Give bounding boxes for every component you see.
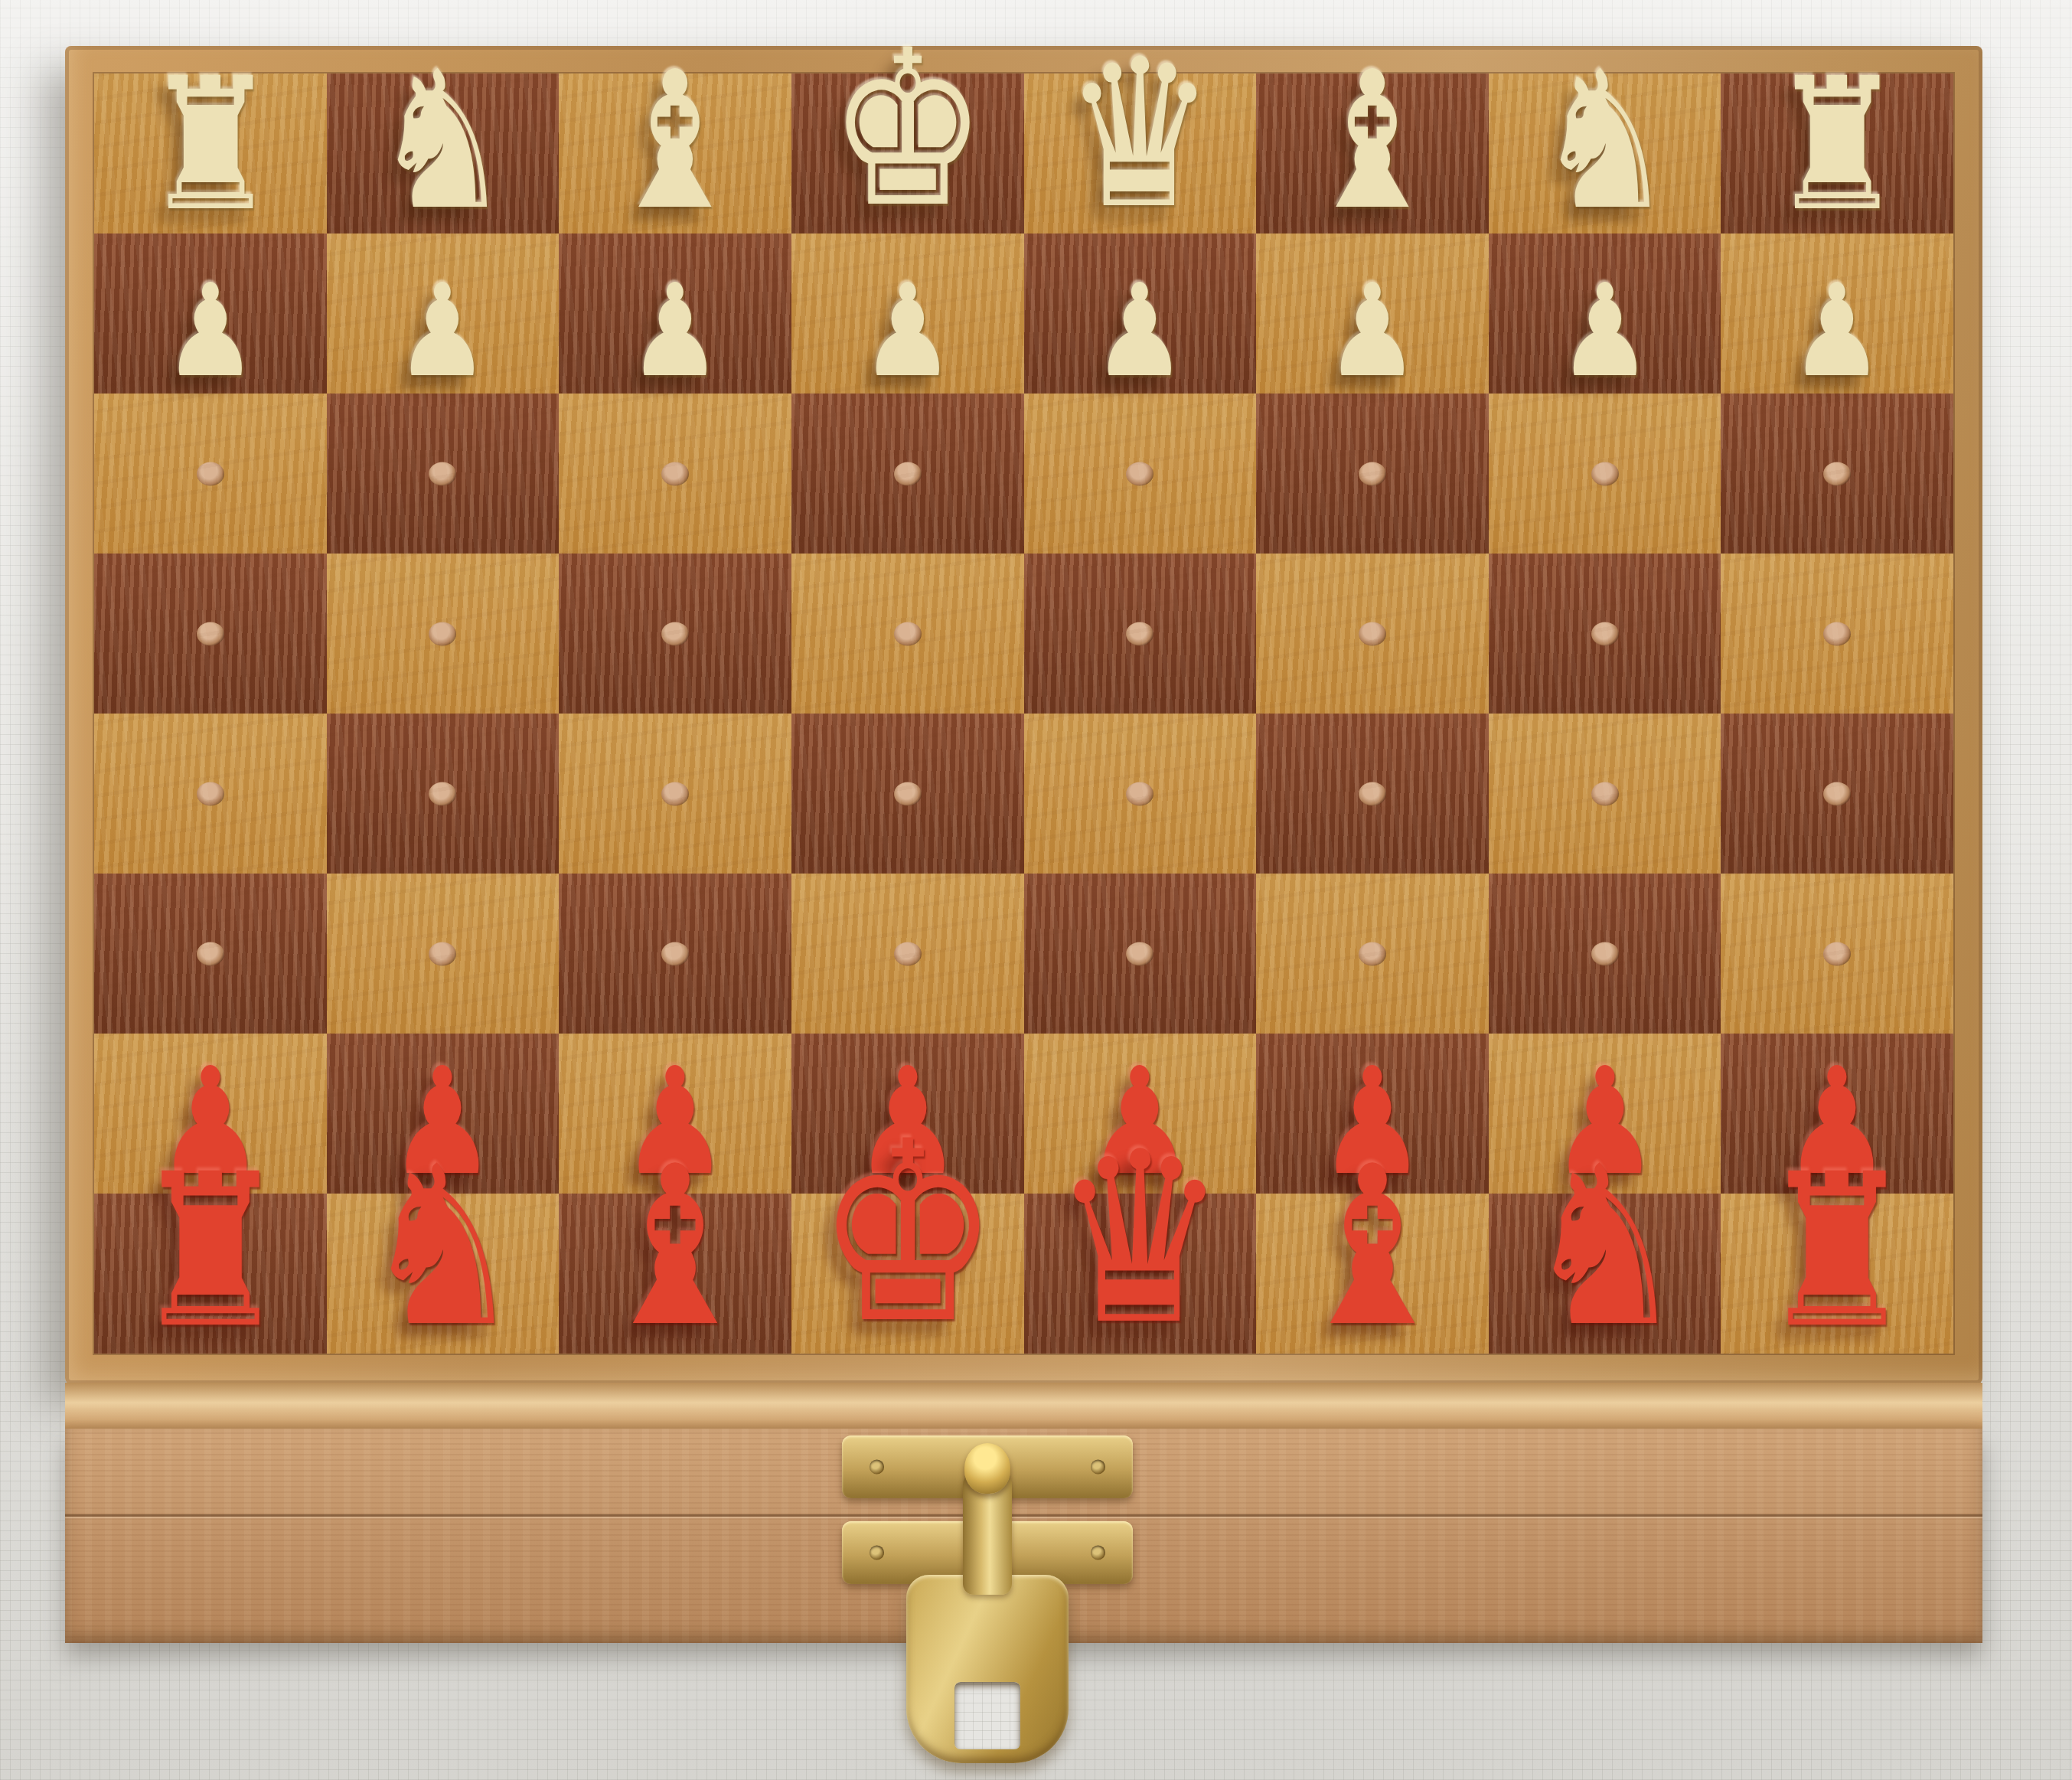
- piece-red-rook-h8[interactable]: ♜: [132, 1151, 288, 1352]
- square-h4[interactable]: [94, 554, 327, 714]
- square-a6[interactable]: [1721, 874, 1953, 1034]
- piece-white-pawn-d2[interactable]: ♟: [1093, 270, 1187, 392]
- square-b3[interactable]: [1489, 394, 1721, 554]
- piece-white-knight-b1[interactable]: ♞: [1535, 51, 1674, 232]
- peg-hole: [429, 782, 456, 805]
- brass-clasp[interactable]: [842, 1435, 1133, 1765]
- chess-board-grid: ♜♞♝♚♛♝♞♜♟♟♟♟♟♟♟♟♟♟♟♟♟♟♟♟♜♞♝♚♛♝♞♜: [94, 73, 1953, 1354]
- peg-hole: [1591, 782, 1619, 805]
- square-f1[interactable]: ♝: [559, 73, 791, 234]
- piece-red-rook-a8[interactable]: ♜: [1760, 1151, 1915, 1352]
- peg-hole: [429, 942, 456, 965]
- piece-white-queen-d1[interactable]: ♛: [1065, 37, 1215, 232]
- square-d5[interactable]: [1024, 714, 1257, 874]
- peg-hole: [429, 462, 456, 485]
- peg-hole: [1591, 462, 1619, 485]
- square-f2[interactable]: ♟: [559, 234, 791, 394]
- screw-icon: [1091, 1546, 1105, 1560]
- piece-white-pawn-c2[interactable]: ♟: [1326, 270, 1420, 392]
- peg-hole: [1359, 462, 1386, 485]
- piece-red-knight-b8[interactable]: ♞: [1524, 1143, 1685, 1352]
- square-c6[interactable]: [1256, 874, 1489, 1034]
- square-c2[interactable]: ♟: [1256, 234, 1489, 394]
- piece-white-pawn-f2[interactable]: ♟: [628, 270, 723, 392]
- square-g6[interactable]: [327, 874, 560, 1034]
- peg-hole: [1359, 942, 1386, 965]
- peg-hole: [894, 622, 922, 645]
- square-d3[interactable]: [1024, 394, 1257, 554]
- piece-red-bishop-f8[interactable]: ♝: [595, 1143, 756, 1352]
- square-e1[interactable]: ♚: [791, 73, 1024, 234]
- square-f3[interactable]: [559, 394, 791, 554]
- piece-white-pawn-h2[interactable]: ♟: [163, 270, 257, 392]
- screw-icon: [870, 1460, 884, 1475]
- hasp-hole: [954, 1682, 1020, 1749]
- square-e4[interactable]: [791, 554, 1024, 714]
- chess-board: ♜♞♝♚♛♝♞♜♟♟♟♟♟♟♟♟♟♟♟♟♟♟♟♟♜♞♝♚♛♝♞♜: [65, 46, 1982, 1384]
- square-f6[interactable]: [559, 874, 791, 1034]
- square-g5[interactable]: [327, 714, 560, 874]
- peg-hole: [1126, 622, 1153, 645]
- square-a5[interactable]: [1721, 714, 1953, 874]
- square-d2[interactable]: ♟: [1024, 234, 1257, 394]
- piece-white-rook-a1[interactable]: ♜: [1770, 58, 1904, 232]
- square-b4[interactable]: [1489, 554, 1721, 714]
- piece-white-king-e1[interactable]: ♚: [828, 28, 987, 232]
- square-b1[interactable]: ♞: [1489, 73, 1721, 234]
- peg-hole: [1359, 782, 1386, 805]
- board-front-edge: [65, 1383, 1982, 1430]
- clasp-hasp-loop[interactable]: [906, 1575, 1069, 1763]
- square-e5[interactable]: [791, 714, 1024, 874]
- square-d1[interactable]: ♛: [1024, 73, 1257, 234]
- peg-hole: [197, 622, 224, 645]
- square-a3[interactable]: [1721, 394, 1953, 554]
- piece-white-bishop-f1[interactable]: ♝: [605, 51, 745, 232]
- square-g1[interactable]: ♞: [327, 73, 560, 234]
- square-e6[interactable]: [791, 874, 1024, 1034]
- tablecloth-background: Folding wooden travel chess box used as …: [0, 0, 2072, 1780]
- peg-hole: [661, 942, 689, 965]
- square-g8[interactable]: ♞: [327, 1194, 560, 1354]
- piece-white-pawn-e2[interactable]: ♟: [860, 270, 954, 392]
- peg-hole: [661, 782, 689, 805]
- peg-hole: [894, 462, 922, 485]
- peg-hole: [197, 782, 224, 805]
- square-b6[interactable]: [1489, 874, 1721, 1034]
- piece-white-pawn-g2[interactable]: ♟: [396, 270, 490, 392]
- peg-hole: [1126, 782, 1153, 805]
- square-f5[interactable]: [559, 714, 791, 874]
- peg-hole: [197, 462, 224, 485]
- screw-icon: [1091, 1460, 1105, 1475]
- piece-white-pawn-a2[interactable]: ♟: [1790, 270, 1884, 392]
- square-g3[interactable]: [327, 394, 560, 554]
- piece-red-bishop-c8[interactable]: ♝: [1291, 1143, 1453, 1352]
- square-a1[interactable]: ♜: [1721, 73, 1953, 234]
- peg-hole: [1126, 942, 1153, 965]
- peg-hole: [1591, 942, 1619, 965]
- square-c5[interactable]: [1256, 714, 1489, 874]
- square-a2[interactable]: ♟: [1721, 234, 1953, 394]
- square-e2[interactable]: ♟: [791, 234, 1024, 394]
- peg-hole: [1823, 462, 1851, 485]
- square-c8[interactable]: ♝: [1256, 1194, 1489, 1354]
- piece-red-knight-g8[interactable]: ♞: [362, 1143, 524, 1352]
- piece-red-king-e8[interactable]: ♚: [816, 1115, 999, 1352]
- square-d8[interactable]: ♛: [1024, 1194, 1257, 1354]
- square-d4[interactable]: [1024, 554, 1257, 714]
- screw-icon: [870, 1546, 884, 1560]
- square-b5[interactable]: [1489, 714, 1721, 874]
- square-f8[interactable]: ♝: [559, 1194, 791, 1354]
- peg-hole: [894, 942, 922, 965]
- square-e8[interactable]: ♚: [791, 1194, 1024, 1354]
- square-c3[interactable]: [1256, 394, 1489, 554]
- peg-hole: [1359, 622, 1386, 645]
- square-c4[interactable]: [1256, 554, 1489, 714]
- peg-hole: [1591, 622, 1619, 645]
- peg-hole: [1126, 462, 1153, 485]
- peg-hole: [894, 782, 922, 805]
- peg-hole: [661, 462, 689, 485]
- square-f4[interactable]: [559, 554, 791, 714]
- peg-hole: [1823, 622, 1851, 645]
- square-e3[interactable]: [791, 394, 1024, 554]
- square-a8[interactable]: ♜: [1721, 1194, 1953, 1354]
- piece-white-knight-g1[interactable]: ♞: [373, 51, 512, 232]
- square-h5[interactable]: [94, 714, 327, 874]
- peg-hole: [1823, 942, 1851, 965]
- clasp-knob[interactable]: [964, 1443, 1010, 1494]
- peg-hole: [661, 622, 689, 645]
- square-b8[interactable]: ♞: [1489, 1194, 1721, 1354]
- peg-hole: [429, 622, 456, 645]
- square-h2[interactable]: ♟: [94, 234, 327, 394]
- square-h3[interactable]: [94, 394, 327, 554]
- square-h8[interactable]: ♜: [94, 1194, 327, 1354]
- piece-red-queen-d8[interactable]: ♛: [1053, 1127, 1227, 1352]
- square-c1[interactable]: ♝: [1256, 73, 1489, 234]
- square-g4[interactable]: [327, 554, 560, 714]
- square-h1[interactable]: ♜: [94, 73, 327, 234]
- square-a4[interactable]: [1721, 554, 1953, 714]
- piece-white-bishop-c1[interactable]: ♝: [1303, 51, 1442, 232]
- peg-hole: [197, 942, 224, 965]
- piece-white-rook-h1[interactable]: ♜: [143, 58, 278, 232]
- square-b2[interactable]: ♟: [1489, 234, 1721, 394]
- piece-white-pawn-b2[interactable]: ♟: [1558, 270, 1652, 392]
- square-h6[interactable]: [94, 874, 327, 1034]
- square-d6[interactable]: [1024, 874, 1257, 1034]
- peg-hole: [1823, 782, 1851, 805]
- square-g2[interactable]: ♟: [327, 234, 560, 394]
